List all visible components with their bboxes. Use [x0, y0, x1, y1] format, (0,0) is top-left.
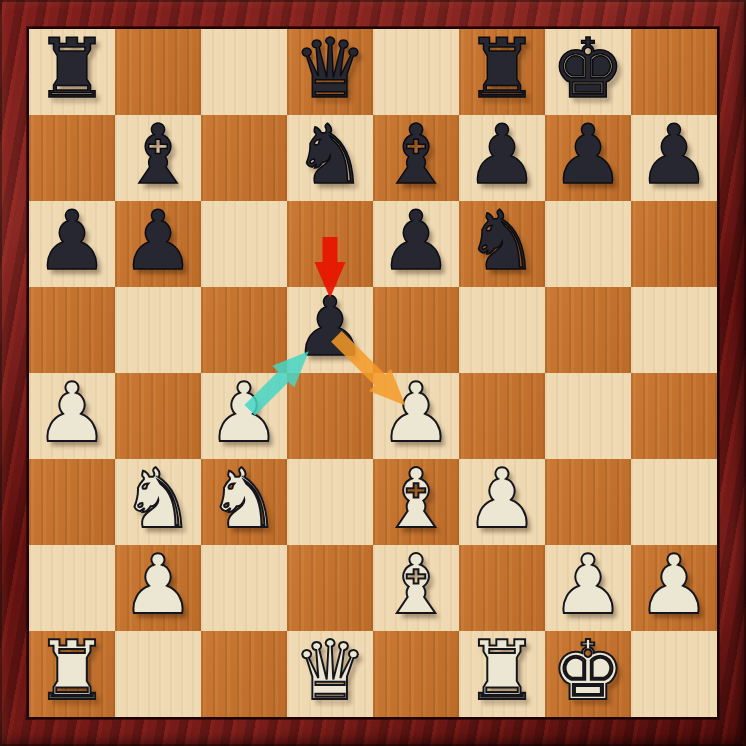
square-e6[interactable]: ♟	[373, 201, 459, 287]
white-pawn[interactable]: ♟	[551, 542, 625, 628]
square-h1[interactable]	[631, 631, 717, 717]
square-b8[interactable]	[115, 29, 201, 115]
square-f7[interactable]: ♟	[459, 115, 545, 201]
square-e2[interactable]: ♝	[373, 545, 459, 631]
black-knight[interactable]: ♞	[465, 198, 539, 284]
square-g2[interactable]: ♟	[545, 545, 631, 631]
black-pawn[interactable]: ♟	[551, 112, 625, 198]
square-b1[interactable]	[115, 631, 201, 717]
square-c2[interactable]	[201, 545, 287, 631]
square-d4[interactable]	[287, 373, 373, 459]
black-king[interactable]: ♚	[551, 26, 625, 112]
square-d3[interactable]	[287, 459, 373, 545]
chess-board: ♜♛♜♚♝♞♝♟♟♟♟♟♟♞♟♟♟♟♞♞♝♟♟♝♟♟♜♛♜♚	[29, 29, 717, 717]
square-f8[interactable]: ♜	[459, 29, 545, 115]
square-d7[interactable]: ♞	[287, 115, 373, 201]
black-rook[interactable]: ♜	[465, 26, 539, 112]
square-g4[interactable]	[545, 373, 631, 459]
square-a8[interactable]: ♜	[29, 29, 115, 115]
white-pawn[interactable]: ♟	[35, 370, 109, 456]
square-b2[interactable]: ♟	[115, 545, 201, 631]
square-d5[interactable]: ♟	[287, 287, 373, 373]
white-bishop[interactable]: ♝	[379, 542, 453, 628]
white-pawn[interactable]: ♟	[379, 370, 453, 456]
white-bishop[interactable]: ♝	[379, 456, 453, 542]
square-a1[interactable]: ♜	[29, 631, 115, 717]
square-f4[interactable]	[459, 373, 545, 459]
white-rook[interactable]: ♜	[465, 628, 539, 714]
square-c7[interactable]	[201, 115, 287, 201]
square-g3[interactable]	[545, 459, 631, 545]
white-pawn[interactable]: ♟	[465, 456, 539, 542]
square-b5[interactable]	[115, 287, 201, 373]
square-f2[interactable]	[459, 545, 545, 631]
black-bishop[interactable]: ♝	[379, 112, 453, 198]
square-c1[interactable]	[201, 631, 287, 717]
square-a3[interactable]	[29, 459, 115, 545]
square-a4[interactable]: ♟	[29, 373, 115, 459]
square-g5[interactable]	[545, 287, 631, 373]
square-e1[interactable]	[373, 631, 459, 717]
square-d6[interactable]	[287, 201, 373, 287]
black-pawn[interactable]: ♟	[121, 198, 195, 284]
square-c8[interactable]	[201, 29, 287, 115]
square-a6[interactable]: ♟	[29, 201, 115, 287]
black-rook[interactable]: ♜	[35, 26, 109, 112]
square-b6[interactable]: ♟	[115, 201, 201, 287]
square-g8[interactable]: ♚	[545, 29, 631, 115]
white-rook[interactable]: ♜	[35, 628, 109, 714]
square-f3[interactable]: ♟	[459, 459, 545, 545]
square-h2[interactable]: ♟	[631, 545, 717, 631]
black-bishop[interactable]: ♝	[121, 112, 195, 198]
white-queen[interactable]: ♛	[293, 628, 367, 714]
square-b4[interactable]	[115, 373, 201, 459]
square-b7[interactable]: ♝	[115, 115, 201, 201]
square-f6[interactable]: ♞	[459, 201, 545, 287]
square-h7[interactable]: ♟	[631, 115, 717, 201]
square-d1[interactable]: ♛	[287, 631, 373, 717]
white-king[interactable]: ♚	[551, 628, 625, 714]
square-h8[interactable]	[631, 29, 717, 115]
square-c4[interactable]: ♟	[201, 373, 287, 459]
square-a5[interactable]	[29, 287, 115, 373]
square-h3[interactable]	[631, 459, 717, 545]
square-e5[interactable]	[373, 287, 459, 373]
square-g1[interactable]: ♚	[545, 631, 631, 717]
square-c6[interactable]	[201, 201, 287, 287]
square-b3[interactable]: ♞	[115, 459, 201, 545]
white-pawn[interactable]: ♟	[207, 370, 281, 456]
square-d2[interactable]	[287, 545, 373, 631]
square-c3[interactable]: ♞	[201, 459, 287, 545]
square-g7[interactable]: ♟	[545, 115, 631, 201]
square-f5[interactable]	[459, 287, 545, 373]
black-pawn[interactable]: ♟	[293, 284, 367, 370]
white-pawn[interactable]: ♟	[121, 542, 195, 628]
black-pawn[interactable]: ♟	[637, 112, 711, 198]
square-f1[interactable]: ♜	[459, 631, 545, 717]
square-a7[interactable]	[29, 115, 115, 201]
black-pawn[interactable]: ♟	[35, 198, 109, 284]
square-e8[interactable]	[373, 29, 459, 115]
square-a2[interactable]	[29, 545, 115, 631]
black-pawn[interactable]: ♟	[465, 112, 539, 198]
black-pawn[interactable]: ♟	[379, 198, 453, 284]
white-knight[interactable]: ♞	[207, 456, 281, 542]
square-h6[interactable]	[631, 201, 717, 287]
square-e7[interactable]: ♝	[373, 115, 459, 201]
square-h5[interactable]	[631, 287, 717, 373]
square-e4[interactable]: ♟	[373, 373, 459, 459]
square-h4[interactable]	[631, 373, 717, 459]
square-g6[interactable]	[545, 201, 631, 287]
black-knight[interactable]: ♞	[293, 112, 367, 198]
chess-screenshot: ♜♛♜♚♝♞♝♟♟♟♟♟♟♞♟♟♟♟♞♞♝♟♟♝♟♟♜♛♜♚	[0, 0, 746, 746]
square-e3[interactable]: ♝	[373, 459, 459, 545]
white-pawn[interactable]: ♟	[637, 542, 711, 628]
white-knight[interactable]: ♞	[121, 456, 195, 542]
square-c5[interactable]	[201, 287, 287, 373]
square-d8[interactable]: ♛	[287, 29, 373, 115]
black-queen[interactable]: ♛	[293, 26, 367, 112]
